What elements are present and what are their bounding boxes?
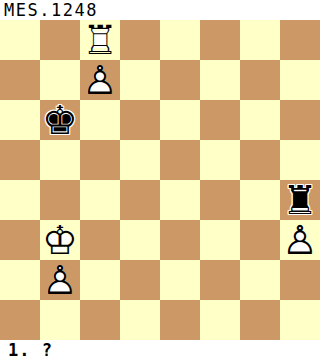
- square-h7[interactable]: [280, 60, 320, 100]
- white-pawn: ♟♙: [80, 60, 120, 100]
- square-a1[interactable]: [0, 300, 40, 340]
- square-d1[interactable]: [120, 300, 160, 340]
- white-rook: ♜♖: [80, 20, 120, 60]
- square-c6[interactable]: [80, 100, 120, 140]
- square-a5[interactable]: [0, 140, 40, 180]
- square-c1[interactable]: [80, 300, 120, 340]
- square-d2[interactable]: [120, 260, 160, 300]
- square-g5[interactable]: [240, 140, 280, 180]
- square-d5[interactable]: [120, 140, 160, 180]
- square-b2[interactable]: ♟♙: [40, 260, 80, 300]
- square-f3[interactable]: [200, 220, 240, 260]
- puzzle-title: MES.1248: [0, 0, 320, 20]
- square-c2[interactable]: [80, 260, 120, 300]
- square-b6[interactable]: ♚: [40, 100, 80, 140]
- square-g2[interactable]: [240, 260, 280, 300]
- square-c8[interactable]: ♜♖: [80, 20, 120, 60]
- square-g4[interactable]: [240, 180, 280, 220]
- square-b1[interactable]: [40, 300, 80, 340]
- square-d6[interactable]: [120, 100, 160, 140]
- square-h6[interactable]: [280, 100, 320, 140]
- square-a4[interactable]: [0, 180, 40, 220]
- square-f5[interactable]: [200, 140, 240, 180]
- square-b4[interactable]: [40, 180, 80, 220]
- square-a7[interactable]: [0, 60, 40, 100]
- square-d7[interactable]: [120, 60, 160, 100]
- white-king: ♚♔: [40, 220, 80, 260]
- square-g3[interactable]: [240, 220, 280, 260]
- square-f6[interactable]: [200, 100, 240, 140]
- square-f7[interactable]: [200, 60, 240, 100]
- white-pawn: ♟♙: [280, 220, 320, 260]
- square-b5[interactable]: [40, 140, 80, 180]
- square-e7[interactable]: [160, 60, 200, 100]
- move-prompt: 1. ?: [0, 340, 320, 360]
- chess-board: ♜♖♟♙♚♜♚♔♟♙♟♙: [0, 20, 320, 340]
- square-e2[interactable]: [160, 260, 200, 300]
- square-c7[interactable]: ♟♙: [80, 60, 120, 100]
- square-d8[interactable]: [120, 20, 160, 60]
- square-h4[interactable]: ♜: [280, 180, 320, 220]
- square-a8[interactable]: [0, 20, 40, 60]
- square-e5[interactable]: [160, 140, 200, 180]
- black-rook: ♜: [280, 180, 320, 220]
- square-e3[interactable]: [160, 220, 200, 260]
- square-g1[interactable]: [240, 300, 280, 340]
- square-b3[interactable]: ♚♔: [40, 220, 80, 260]
- square-d4[interactable]: [120, 180, 160, 220]
- square-h5[interactable]: [280, 140, 320, 180]
- square-d3[interactable]: [120, 220, 160, 260]
- square-f1[interactable]: [200, 300, 240, 340]
- square-h2[interactable]: [280, 260, 320, 300]
- square-h1[interactable]: [280, 300, 320, 340]
- black-king: ♚: [40, 100, 80, 140]
- square-c4[interactable]: [80, 180, 120, 220]
- white-pawn: ♟♙: [40, 260, 80, 300]
- square-a6[interactable]: [0, 100, 40, 140]
- square-f2[interactable]: [200, 260, 240, 300]
- square-a2[interactable]: [0, 260, 40, 300]
- square-c3[interactable]: [80, 220, 120, 260]
- square-g6[interactable]: [240, 100, 280, 140]
- square-f4[interactable]: [200, 180, 240, 220]
- square-e1[interactable]: [160, 300, 200, 340]
- square-c5[interactable]: [80, 140, 120, 180]
- square-b8[interactable]: [40, 20, 80, 60]
- square-e6[interactable]: [160, 100, 200, 140]
- square-e4[interactable]: [160, 180, 200, 220]
- chess-puzzle-window: MES.1248 ♜♖♟♙♚♜♚♔♟♙♟♙ 1. ?: [0, 0, 320, 360]
- square-h8[interactable]: [280, 20, 320, 60]
- square-a3[interactable]: [0, 220, 40, 260]
- square-h3[interactable]: ♟♙: [280, 220, 320, 260]
- square-e8[interactable]: [160, 20, 200, 60]
- square-g8[interactable]: [240, 20, 280, 60]
- square-f8[interactable]: [200, 20, 240, 60]
- square-b7[interactable]: [40, 60, 80, 100]
- square-g7[interactable]: [240, 60, 280, 100]
